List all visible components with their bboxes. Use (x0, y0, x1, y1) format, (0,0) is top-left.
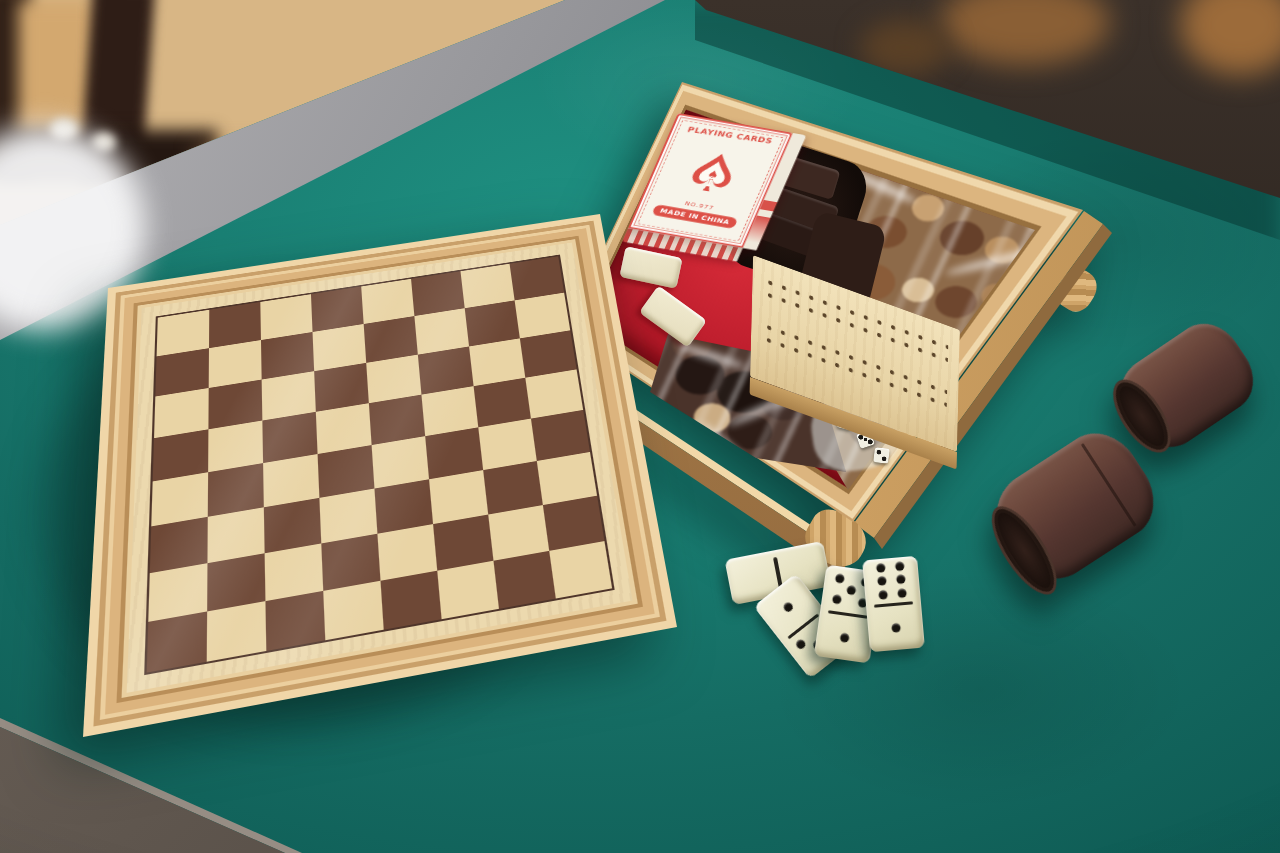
checkerboard-frame (83, 214, 677, 737)
domino-pip (895, 561, 905, 571)
domino-pip (876, 563, 886, 573)
board-cell (147, 611, 207, 672)
board-cell (437, 561, 499, 619)
board-cell (207, 601, 267, 662)
board-cell (549, 541, 612, 598)
domino-pip (877, 576, 887, 586)
domino-pip (795, 638, 808, 651)
table-domino (862, 556, 925, 652)
domino-pip (782, 601, 795, 614)
board-cell (381, 571, 442, 630)
domino-half (862, 556, 921, 605)
domino-half (866, 603, 925, 652)
domino-pip (834, 573, 844, 583)
game-table-photo: PLAYING CARDS ♠ ♠ ♠ NO.977 MADE IN CHINA (0, 0, 1280, 853)
board-cell (323, 581, 383, 641)
domino-pip (840, 632, 850, 642)
board-cell (493, 551, 555, 609)
domino-pip (898, 588, 908, 598)
domino-pip (878, 590, 888, 600)
domino-pip (896, 575, 906, 585)
domino-pip (846, 585, 856, 595)
board-cell (265, 591, 325, 651)
leather-seam (1081, 443, 1137, 527)
checkerboard (0, 0, 1280, 853)
domino-pip (831, 594, 841, 604)
domino-pip (891, 623, 901, 633)
